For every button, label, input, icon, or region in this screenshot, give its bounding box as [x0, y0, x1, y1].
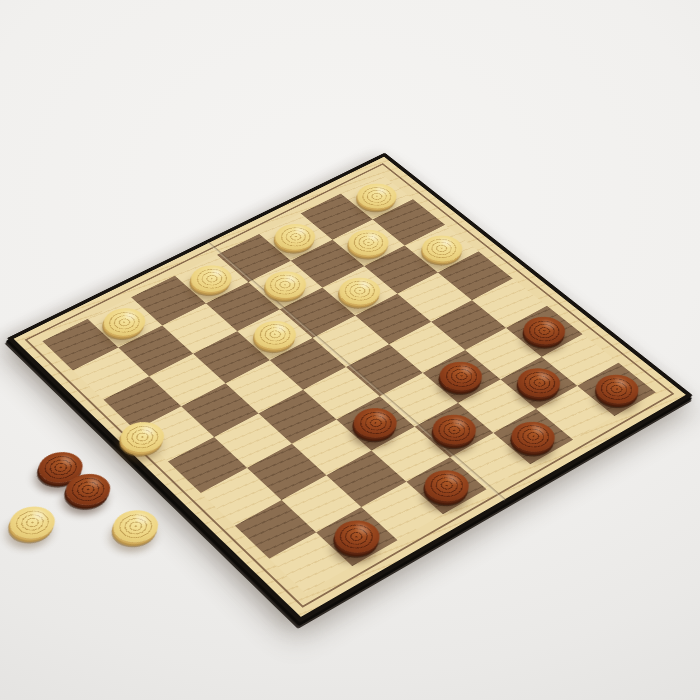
dark-checker-r3-c6[interactable] — [424, 409, 485, 451]
light-checker-r2-c2[interactable] — [331, 272, 388, 310]
loose-light-checker-3[interactable] — [2, 500, 64, 545]
light-checker-r2-c0[interactable] — [268, 219, 324, 255]
dark-checker-r2-c5[interactable] — [432, 356, 491, 396]
checkers-board — [7, 153, 693, 623]
table-plane — [0, 0, 700, 700]
dark-checker-r4-c5[interactable] — [346, 402, 406, 444]
light-checker-r1-c1[interactable] — [340, 225, 396, 261]
light-checker-r3-c1[interactable] — [257, 266, 314, 304]
light-checker-r4-c2[interactable] — [246, 315, 304, 354]
loose-light-checker-4[interactable] — [105, 504, 167, 549]
dark-checker-r1-c6[interactable] — [509, 362, 569, 403]
